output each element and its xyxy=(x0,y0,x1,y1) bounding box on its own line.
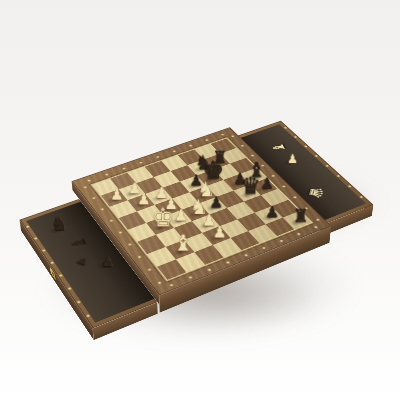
captured-white-pawn: ♟ xyxy=(275,153,301,169)
white-bishop-b2: ♝ xyxy=(164,240,193,260)
product-photo: ♞♝♟♟ ♝♟♛ ♟♟♟♟♟♟♟♟♚♝♞♞♜♞♚♟♟♝♛♟♟♟♜ xyxy=(0,0,400,400)
captured-white-bishop-lying: ♝ xyxy=(269,141,289,153)
black-pawn-g2: ♟ xyxy=(253,206,281,224)
scene: ♞♝♟♟ ♝♟♛ ♟♟♟♟♟♟♟♟♚♝♞♞♜♞♚♟♟♝♛♟♟♟♜ xyxy=(0,0,400,400)
captured-black-pawn: ♟ xyxy=(89,253,117,273)
chess-box: ♞♝♟♟ ♝♟♛ ♟♟♟♟♟♟♟♟♚♝♞♞♜♞♚♟♟♝♛♟♟♟♜ xyxy=(72,127,332,295)
black-rook-h1: ♜ xyxy=(281,211,309,229)
captured-black-bishop-lying: ♝ xyxy=(67,236,88,252)
captured-white-queen-lying: ♛ xyxy=(305,185,326,200)
